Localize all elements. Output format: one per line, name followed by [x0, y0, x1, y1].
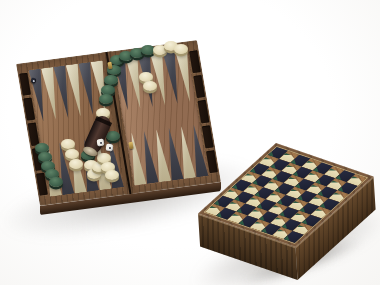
black-die: [30, 77, 36, 83]
checker-cream: [143, 81, 157, 91]
tray-slot: [198, 100, 210, 123]
white-die: [96, 138, 104, 146]
white-die: [105, 143, 113, 151]
tray-slot: [206, 150, 218, 173]
checker-green: [99, 94, 113, 104]
backgammon-board: [16, 40, 221, 206]
checker-cream: [174, 44, 188, 54]
checker-green: [106, 131, 120, 141]
checker-cream: [65, 149, 79, 159]
tray-slot: [202, 125, 214, 148]
tray-slot: [193, 75, 205, 98]
checker-cream: [61, 139, 75, 149]
checker-green: [104, 75, 118, 85]
checker-cream: [69, 159, 83, 169]
product-photo-scene: [0, 0, 380, 285]
tray-slot: [189, 50, 201, 73]
checker-green: [49, 177, 63, 187]
checker-cream: [105, 170, 119, 180]
